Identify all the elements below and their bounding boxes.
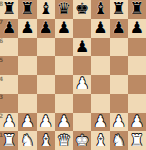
white-pawn-icon[interactable]: ♟ — [38, 113, 52, 129]
square-f2[interactable]: ♟ — [91, 113, 109, 132]
square-h3[interactable] — [128, 94, 146, 113]
black-rook-icon[interactable]: ♜ — [20, 1, 34, 17]
square-b3[interactable] — [18, 94, 36, 113]
square-a4[interactable]: 4 — [0, 75, 18, 94]
black-pawn-icon[interactable]: ♟ — [111, 20, 125, 36]
black-pawn-icon[interactable]: ♟ — [130, 20, 144, 36]
square-a6[interactable]: 6 — [0, 38, 18, 57]
square-e5[interactable] — [73, 56, 91, 75]
black-king-icon[interactable]: ♚ — [75, 1, 89, 17]
square-g8[interactable]: ♜ — [110, 0, 128, 19]
black-rook-icon[interactable]: ♜ — [2, 1, 16, 17]
square-h4[interactable] — [128, 75, 146, 94]
square-c7[interactable]: ♟ — [37, 19, 55, 38]
rank-label-4: 4 — [0, 76, 3, 82]
white-pawn-icon[interactable]: ♟ — [130, 113, 144, 129]
black-bishop-icon[interactable]: ♝ — [38, 1, 52, 17]
black-pawn-icon[interactable]: ♟ — [2, 20, 16, 36]
white-knight-icon[interactable]: ♞ — [111, 132, 125, 148]
square-d3[interactable] — [55, 94, 73, 113]
square-d6[interactable] — [55, 38, 73, 57]
square-e8[interactable]: ♚ — [73, 0, 91, 19]
square-e6[interactable]: ♟ — [73, 38, 91, 57]
white-pawn-icon[interactable]: ♟ — [2, 113, 16, 129]
square-h5[interactable] — [128, 56, 146, 75]
white-pawn-icon[interactable]: ♟ — [111, 113, 125, 129]
black-bishop-icon[interactable]: ♝ — [93, 1, 107, 17]
square-e1[interactable]: ♚ — [73, 131, 91, 150]
square-d4[interactable] — [55, 75, 73, 94]
square-d2[interactable]: ♟ — [55, 113, 73, 132]
square-e4[interactable]: ♟ — [73, 75, 91, 94]
square-a5[interactable]: 5 — [0, 56, 18, 75]
square-f6[interactable] — [91, 38, 109, 57]
square-a7[interactable]: 7♟ — [0, 19, 18, 38]
square-f4[interactable] — [91, 75, 109, 94]
square-a1[interactable]: 1♜ — [0, 131, 18, 150]
square-c2[interactable]: ♟ — [37, 113, 55, 132]
white-rook-icon[interactable]: ♜ — [2, 132, 16, 148]
white-knight-icon[interactable]: ♞ — [20, 132, 34, 148]
square-e3[interactable] — [73, 94, 91, 113]
square-e7[interactable] — [73, 19, 91, 38]
square-c5[interactable] — [37, 56, 55, 75]
square-b2[interactable]: ♟ — [18, 113, 36, 132]
black-pawn-icon[interactable]: ♟ — [75, 38, 89, 54]
square-g7[interactable]: ♟ — [110, 19, 128, 38]
black-rook-icon[interactable]: ♜ — [130, 1, 144, 17]
white-bishop-icon[interactable]: ♝ — [38, 132, 52, 148]
rank-label-3: 3 — [0, 94, 3, 100]
white-king-icon[interactable]: ♚ — [75, 132, 89, 148]
black-pawn-icon[interactable]: ♟ — [93, 20, 107, 36]
square-b7[interactable]: ♟ — [18, 19, 36, 38]
square-e2[interactable] — [73, 113, 91, 132]
square-a3[interactable]: 3 — [0, 94, 18, 113]
square-d8[interactable]: ♛ — [55, 0, 73, 19]
square-c6[interactable] — [37, 38, 55, 57]
square-d1[interactable]: ♛ — [55, 131, 73, 150]
rank-label-6: 6 — [0, 38, 3, 44]
white-pawn-icon[interactable]: ♟ — [57, 113, 71, 129]
square-h7[interactable]: ♟ — [128, 19, 146, 38]
square-h6[interactable] — [128, 38, 146, 57]
square-g5[interactable] — [110, 56, 128, 75]
square-f7[interactable]: ♟ — [91, 19, 109, 38]
white-pawn-icon[interactable]: ♟ — [93, 113, 107, 129]
square-c1[interactable]: ♝ — [37, 131, 55, 150]
square-b5[interactable] — [18, 56, 36, 75]
square-g1[interactable]: ♞ — [110, 131, 128, 150]
white-pawn-icon[interactable]: ♟ — [20, 113, 34, 129]
white-rook-icon[interactable]: ♜ — [130, 132, 144, 148]
square-h1[interactable]: ♜ — [128, 131, 146, 150]
square-b8[interactable]: ♜ — [18, 0, 36, 19]
square-g2[interactable]: ♟ — [110, 113, 128, 132]
square-f5[interactable] — [91, 56, 109, 75]
chess-board: 8♜♜♝♛♚♝♜♜7♟♟♟♟♟♟♟6♟54♟32♟♟♟♟♟♟♟1♜♞♝♛♚♝♞♜ — [0, 0, 146, 150]
square-c8[interactable]: ♝ — [37, 0, 55, 19]
square-b6[interactable] — [18, 38, 36, 57]
square-d5[interactable] — [55, 56, 73, 75]
black-pawn-icon[interactable]: ♟ — [38, 20, 52, 36]
black-pawn-icon[interactable]: ♟ — [57, 20, 71, 36]
square-a8[interactable]: 8♜ — [0, 0, 18, 19]
black-queen-icon[interactable]: ♛ — [57, 1, 71, 17]
square-f1[interactable]: ♝ — [91, 131, 109, 150]
rank-label-5: 5 — [0, 57, 3, 63]
square-b4[interactable] — [18, 75, 36, 94]
black-rook-icon[interactable]: ♜ — [111, 1, 125, 17]
square-h8[interactable]: ♜ — [128, 0, 146, 19]
white-bishop-icon[interactable]: ♝ — [93, 132, 107, 148]
square-d7[interactable]: ♟ — [55, 19, 73, 38]
white-pawn-icon[interactable]: ♟ — [75, 76, 89, 92]
square-f8[interactable]: ♝ — [91, 0, 109, 19]
square-h2[interactable]: ♟ — [128, 113, 146, 132]
black-pawn-icon[interactable]: ♟ — [20, 20, 34, 36]
square-c3[interactable] — [37, 94, 55, 113]
square-a2[interactable]: 2♟ — [0, 113, 18, 132]
square-f3[interactable] — [91, 94, 109, 113]
square-g4[interactable] — [110, 75, 128, 94]
white-queen-icon[interactable]: ♛ — [57, 132, 71, 148]
square-g3[interactable] — [110, 94, 128, 113]
square-b1[interactable]: ♞ — [18, 131, 36, 150]
square-c4[interactable] — [37, 75, 55, 94]
square-g6[interactable] — [110, 38, 128, 57]
